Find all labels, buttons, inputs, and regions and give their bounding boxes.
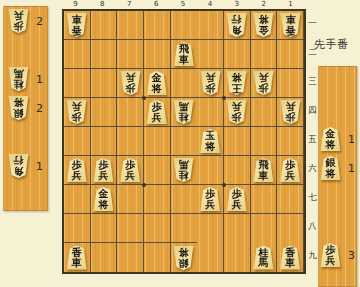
piece-香車-gote[interactable]: 香車 xyxy=(280,13,301,37)
square-1f[interactable]: 歩兵 xyxy=(277,156,304,185)
square-3e[interactable] xyxy=(224,127,251,156)
piece-kanji: 兵 xyxy=(72,101,82,112)
star-point xyxy=(142,183,146,187)
square-3c[interactable]: 王将 xyxy=(224,69,251,98)
square-9f[interactable]: 歩兵 xyxy=(64,156,91,185)
piece-wrapper: 歩兵 xyxy=(200,71,221,95)
piece-wrapper: 桂馬 xyxy=(253,246,274,270)
square-9c[interactable] xyxy=(64,69,91,98)
square-6f[interactable] xyxy=(144,156,171,185)
piece-歩兵-sente[interactable]: 歩兵 xyxy=(226,187,247,211)
square-4f[interactable] xyxy=(197,156,224,185)
piece-飛車-sente[interactable]: 飛車 xyxy=(253,158,274,182)
square-4a[interactable] xyxy=(197,11,224,40)
file-label-9: 9 xyxy=(62,0,89,9)
piece-wrapper: 歩兵 xyxy=(66,158,87,182)
piece-kanji: 車 xyxy=(179,55,189,66)
piece-wrapper: 香車 xyxy=(280,246,301,270)
piece-kanji: 将 xyxy=(205,142,215,153)
piece-kanji: 将 xyxy=(326,140,336,151)
square-6a[interactable] xyxy=(144,11,171,40)
piece-銀将-gote[interactable]: 銀将 xyxy=(173,246,194,270)
file-label-2: 2 xyxy=(250,0,277,9)
piece-kanji: 車 xyxy=(285,258,295,269)
piece-wrapper: 歩兵 xyxy=(253,71,274,95)
square-2b[interactable] xyxy=(251,40,278,69)
square-7i[interactable] xyxy=(117,243,144,272)
piece-kanji: 歩 xyxy=(258,83,268,94)
square-1h[interactable] xyxy=(277,214,304,243)
piece-kanji: 金 xyxy=(258,25,268,36)
square-4c[interactable]: 歩兵 xyxy=(197,69,224,98)
square-2a[interactable]: 金将 xyxy=(251,11,278,40)
piece-wrapper: 玉将 xyxy=(200,129,221,153)
square-5e[interactable] xyxy=(171,127,198,156)
piece-歩兵-sente[interactable]: 歩兵 xyxy=(200,187,221,211)
piece-kanji: 香 xyxy=(285,25,295,36)
piece-金将-gote[interactable]: 金将 xyxy=(253,13,274,37)
square-7h[interactable] xyxy=(117,214,144,243)
piece-wrapper: 桂馬 xyxy=(173,100,194,124)
piece-歩兵-sente[interactable]: 歩兵 xyxy=(146,100,167,124)
piece-wrapper: 銀将 xyxy=(173,246,194,270)
square-3i[interactable] xyxy=(224,243,251,272)
file-label-5: 5 xyxy=(170,0,197,9)
piece-歩兵-gote[interactable]: 歩兵 xyxy=(120,71,141,95)
piece-kanji: 歩 xyxy=(285,112,295,123)
square-3g[interactable]: 歩兵 xyxy=(224,185,251,214)
square-1a[interactable]: 香車 xyxy=(277,11,304,40)
shogi-board-view: 987654321 香車角行金将香車飛車歩兵金将歩兵王将歩兵歩兵歩兵桂馬歩兵歩兵… xyxy=(0,0,360,287)
square-9i[interactable]: 香車 xyxy=(64,243,91,272)
square-2d[interactable] xyxy=(251,98,278,127)
square-6c[interactable]: 金将 xyxy=(144,69,171,98)
piece-銀将-sente[interactable]: 銀将 xyxy=(320,156,341,180)
piece-kanji: 兵 xyxy=(232,101,242,112)
piece-kanji: 銀 xyxy=(326,158,336,169)
sente-hand-銀将[interactable]: 銀将1 xyxy=(320,156,355,180)
piece-wrapper: 歩兵 xyxy=(120,71,141,95)
piece-kanji: 車 xyxy=(72,258,82,269)
piece-kanji: 玉 xyxy=(205,131,215,142)
sente-hand-歩兵[interactable]: 歩兵3 xyxy=(320,243,355,267)
piece-kanji: 車 xyxy=(72,14,82,25)
gote-hand-桂馬[interactable]: 桂馬1 xyxy=(8,67,43,91)
square-4h[interactable] xyxy=(197,214,224,243)
square-2g[interactable] xyxy=(251,185,278,214)
piece-歩兵-gote[interactable]: 歩兵 xyxy=(66,100,87,124)
square-5g[interactable] xyxy=(171,185,198,214)
shogi-board: 香車角行金将香車飛車歩兵金将歩兵王将歩兵歩兵歩兵桂馬歩兵歩兵玉将歩兵歩兵歩兵桂馬… xyxy=(62,9,306,274)
piece-wrapper: 歩兵 xyxy=(280,100,301,124)
square-7a[interactable] xyxy=(117,11,144,40)
piece-香車-sente[interactable]: 香車 xyxy=(280,246,301,270)
gote-hand-歩兵[interactable]: 歩兵2 xyxy=(8,9,43,33)
file-label-1: 1 xyxy=(277,0,304,9)
piece-歩兵-sente[interactable]: 歩兵 xyxy=(320,243,341,267)
piece-wrapper: 王将 xyxy=(226,71,247,95)
turn-indicator: 先手番 xyxy=(314,37,349,52)
piece-kanji: 兵 xyxy=(205,72,215,83)
piece-kanji: 兵 xyxy=(205,200,215,211)
piece-kanji: 兵 xyxy=(125,171,135,182)
piece-歩兵-gote[interactable]: 歩兵 xyxy=(226,100,247,124)
piece-kanji: 将 xyxy=(14,97,24,108)
piece-kanji: 将 xyxy=(232,72,242,83)
piece-歩兵-gote[interactable]: 歩兵 xyxy=(200,71,221,95)
piece-香車-gote[interactable]: 香車 xyxy=(66,13,87,37)
piece-kanji: 歩 xyxy=(14,21,24,32)
square-8d[interactable] xyxy=(91,98,118,127)
square-4g[interactable]: 歩兵 xyxy=(197,185,224,214)
piece-kanji: 兵 xyxy=(125,72,135,83)
piece-桂馬-sente[interactable]: 桂馬 xyxy=(253,246,274,270)
piece-kanji: 桂 xyxy=(179,112,189,123)
piece-kanji: 行 xyxy=(232,14,242,25)
piece-歩兵-gote[interactable]: 歩兵 xyxy=(253,71,274,95)
piece-桂馬-gote[interactable]: 桂馬 xyxy=(8,67,29,91)
square-5h[interactable] xyxy=(171,214,198,243)
square-6g[interactable] xyxy=(144,185,171,214)
square-7b[interactable] xyxy=(117,40,144,69)
square-5b[interactable]: 飛車 xyxy=(171,40,198,69)
piece-kanji: 将 xyxy=(152,84,162,95)
square-2e[interactable] xyxy=(251,127,278,156)
piece-wrapper: 飛車 xyxy=(173,42,194,66)
file-labels: 987654321 xyxy=(62,0,306,9)
file-label-3: 3 xyxy=(223,0,250,9)
piece-kanji: 王 xyxy=(232,83,242,94)
piece-wrapper: 桂馬 xyxy=(173,158,194,182)
sente-hand-金将[interactable]: 金将1 xyxy=(320,127,355,151)
piece-kanji: 行 xyxy=(14,155,24,166)
square-4e[interactable]: 玉将 xyxy=(197,127,224,156)
square-5a[interactable] xyxy=(171,11,198,40)
square-3d[interactable]: 歩兵 xyxy=(224,98,251,127)
piece-kanji: 金 xyxy=(152,73,162,84)
piece-kanji: 歩 xyxy=(285,160,295,171)
piece-金将-sente[interactable]: 金将 xyxy=(146,71,167,95)
square-3a[interactable]: 角行 xyxy=(224,11,251,40)
square-2h[interactable] xyxy=(251,214,278,243)
square-6h[interactable] xyxy=(144,214,171,243)
piece-kanji: 将 xyxy=(326,169,336,180)
square-9e[interactable] xyxy=(64,127,91,156)
hand-count: 1 xyxy=(36,160,43,173)
piece-kanji: 馬 xyxy=(258,258,268,269)
square-8e[interactable] xyxy=(91,127,118,156)
square-1g[interactable] xyxy=(277,185,304,214)
piece-歩兵-sente[interactable]: 歩兵 xyxy=(93,158,114,182)
file-label-6: 6 xyxy=(143,0,170,9)
square-1e[interactable] xyxy=(277,127,304,156)
piece-wrapper: 金将 xyxy=(93,187,114,211)
piece-kanji: 兵 xyxy=(326,256,336,267)
piece-wrapper: 飛車 xyxy=(253,158,274,182)
piece-kanji: 兵 xyxy=(72,171,82,182)
piece-wrapper: 歩兵 xyxy=(93,158,114,182)
piece-kanji: 角 xyxy=(14,166,24,177)
square-8c[interactable] xyxy=(91,69,118,98)
square-1d[interactable]: 歩兵 xyxy=(277,98,304,127)
piece-香車-sente[interactable]: 香車 xyxy=(66,246,87,270)
square-9g[interactable] xyxy=(64,185,91,214)
piece-kanji: 兵 xyxy=(285,171,295,182)
piece-kanji: 歩 xyxy=(205,83,215,94)
piece-kanji: 銀 xyxy=(14,108,24,119)
file-label-7: 7 xyxy=(116,0,143,9)
piece-歩兵-sente[interactable]: 歩兵 xyxy=(120,158,141,182)
piece-wrapper: 歩兵 xyxy=(280,158,301,182)
piece-kanji: 香 xyxy=(72,25,82,36)
piece-kanji: 歩 xyxy=(326,245,336,256)
piece-角行-gote[interactable]: 角行 xyxy=(8,154,29,178)
piece-桂馬-gote[interactable]: 桂馬 xyxy=(173,100,194,124)
piece-kanji: 将 xyxy=(179,247,189,258)
piece-wrapper: 歩兵 xyxy=(146,100,167,124)
piece-wrapper: 金将 xyxy=(146,71,167,95)
piece-歩兵-gote[interactable]: 歩兵 xyxy=(8,9,29,33)
piece-wrapper: 香車 xyxy=(66,246,87,270)
hand-count: 1 xyxy=(36,73,43,86)
square-4b[interactable] xyxy=(197,40,224,69)
piece-kanji: 兵 xyxy=(258,72,268,83)
square-7d[interactable] xyxy=(117,98,144,127)
gote-hand-stand: 歩兵2桂馬1銀将2角行1 xyxy=(3,6,48,211)
square-5f[interactable]: 桂馬 xyxy=(171,156,198,185)
piece-kanji: 兵 xyxy=(14,10,24,21)
piece-wrapper: 歩兵 xyxy=(320,243,341,267)
square-2i[interactable]: 桂馬 xyxy=(251,243,278,272)
piece-kanji: 車 xyxy=(285,14,295,25)
square-6i[interactable] xyxy=(144,243,171,272)
piece-kanji: 将 xyxy=(98,200,108,211)
hand-count: 2 xyxy=(36,102,43,115)
piece-kanji: 将 xyxy=(258,14,268,25)
hand-count: 1 xyxy=(348,133,355,146)
piece-kanji: 歩 xyxy=(72,160,82,171)
square-7c[interactable]: 歩兵 xyxy=(117,69,144,98)
piece-wrapper: 角行 xyxy=(226,13,247,37)
piece-kanji: 馬 xyxy=(179,101,189,112)
piece-王将-gote[interactable]: 王将 xyxy=(226,71,247,95)
piece-kanji: 歩 xyxy=(72,112,82,123)
piece-kanji: 銀 xyxy=(179,257,189,268)
piece-wrapper: 金将 xyxy=(253,13,274,37)
square-4d[interactable] xyxy=(197,98,224,127)
piece-飛車-sente[interactable]: 飛車 xyxy=(173,42,194,66)
piece-wrapper: 歩兵 xyxy=(226,100,247,124)
square-8b[interactable] xyxy=(91,40,118,69)
square-8i[interactable] xyxy=(91,243,118,272)
square-2c[interactable]: 歩兵 xyxy=(251,69,278,98)
piece-wrapper: 金将 xyxy=(320,127,341,151)
piece-kanji: 桂 xyxy=(14,79,24,90)
piece-kanji: 歩 xyxy=(152,102,162,113)
piece-wrapper: 歩兵 xyxy=(226,187,247,211)
square-8g[interactable]: 金将 xyxy=(91,185,118,214)
square-3h[interactable] xyxy=(224,214,251,243)
square-8h[interactable] xyxy=(91,214,118,243)
piece-kanji: 歩 xyxy=(125,83,135,94)
piece-kanji: 兵 xyxy=(152,113,162,124)
piece-玉将-sente[interactable]: 玉将 xyxy=(200,129,221,153)
piece-kanji: 歩 xyxy=(125,160,135,171)
hand-count: 3 xyxy=(348,249,355,262)
sente-hand-stand: 金将1銀将1歩兵3 xyxy=(318,66,357,287)
square-8a[interactable] xyxy=(91,11,118,40)
piece-歩兵-sente[interactable]: 歩兵 xyxy=(66,158,87,182)
square-4i[interactable] xyxy=(197,243,224,272)
square-6b[interactable] xyxy=(144,40,171,69)
piece-kanji: 飛 xyxy=(179,44,189,55)
square-3f[interactable] xyxy=(224,156,251,185)
square-7f[interactable]: 歩兵 xyxy=(117,156,144,185)
piece-kanji: 兵 xyxy=(285,101,295,112)
piece-kanji: 飛 xyxy=(258,160,268,171)
piece-wrapper: 歩兵 xyxy=(66,100,87,124)
piece-金将-sente[interactable]: 金将 xyxy=(93,187,114,211)
hand-count: 1 xyxy=(348,162,355,175)
piece-歩兵-gote[interactable]: 歩兵 xyxy=(280,100,301,124)
piece-kanji: 歩 xyxy=(98,160,108,171)
piece-kanji: 歩 xyxy=(232,112,242,123)
gote-hand-角行[interactable]: 角行1 xyxy=(8,154,43,178)
piece-kanji: 馬 xyxy=(14,68,24,79)
piece-歩兵-sente[interactable]: 歩兵 xyxy=(280,158,301,182)
piece-桂馬-gote[interactable]: 桂馬 xyxy=(173,158,194,182)
square-5c[interactable] xyxy=(171,69,198,98)
piece-kanji: 兵 xyxy=(98,171,108,182)
square-1i[interactable]: 香車 xyxy=(277,243,304,272)
square-2f[interactable]: 飛車 xyxy=(251,156,278,185)
piece-kanji: 馬 xyxy=(179,159,189,170)
piece-wrapper: 歩兵 xyxy=(8,9,29,33)
piece-kanji: 兵 xyxy=(232,200,242,211)
piece-kanji: 車 xyxy=(258,171,268,182)
file-label-8: 8 xyxy=(89,0,116,9)
square-7g[interactable] xyxy=(117,185,144,214)
square-8f[interactable]: 歩兵 xyxy=(91,156,118,185)
piece-wrapper: 角行 xyxy=(8,154,29,178)
piece-銀将-gote[interactable]: 銀将 xyxy=(8,96,29,120)
square-3b[interactable] xyxy=(224,40,251,69)
piece-wrapper: 歩兵 xyxy=(120,158,141,182)
rank-label: 一 xyxy=(306,9,319,38)
square-7e[interactable] xyxy=(117,127,144,156)
piece-kanji: 歩 xyxy=(232,189,242,200)
square-1b[interactable] xyxy=(277,40,304,69)
piece-wrapper: 銀将 xyxy=(8,96,29,120)
piece-角行-gote[interactable]: 角行 xyxy=(226,13,247,37)
square-1c[interactable] xyxy=(277,69,304,98)
square-9b[interactable] xyxy=(64,40,91,69)
piece-wrapper: 歩兵 xyxy=(200,187,221,211)
square-6e[interactable] xyxy=(144,127,171,156)
square-9h[interactable] xyxy=(64,214,91,243)
piece-kanji: 桂 xyxy=(179,170,189,181)
piece-wrapper: 香車 xyxy=(66,13,87,37)
square-5i[interactable]: 銀将 xyxy=(171,243,198,272)
piece-kanji: 金 xyxy=(326,129,336,140)
square-9a[interactable]: 香車 xyxy=(64,11,91,40)
piece-kanji: 金 xyxy=(98,189,108,200)
piece-wrapper: 香車 xyxy=(280,13,301,37)
piece-kanji: 歩 xyxy=(205,189,215,200)
piece-金将-sente[interactable]: 金将 xyxy=(320,127,341,151)
gote-hand-銀将[interactable]: 銀将2 xyxy=(8,96,43,120)
hand-count: 2 xyxy=(36,15,43,28)
square-9d[interactable]: 歩兵 xyxy=(64,98,91,127)
piece-wrapper: 銀将 xyxy=(320,156,341,180)
piece-wrapper: 桂馬 xyxy=(8,67,29,91)
square-6d[interactable]: 歩兵 xyxy=(144,98,171,127)
file-label-4: 4 xyxy=(196,0,223,9)
square-5d[interactable]: 桂馬 xyxy=(171,98,198,127)
piece-kanji: 角 xyxy=(232,25,242,36)
